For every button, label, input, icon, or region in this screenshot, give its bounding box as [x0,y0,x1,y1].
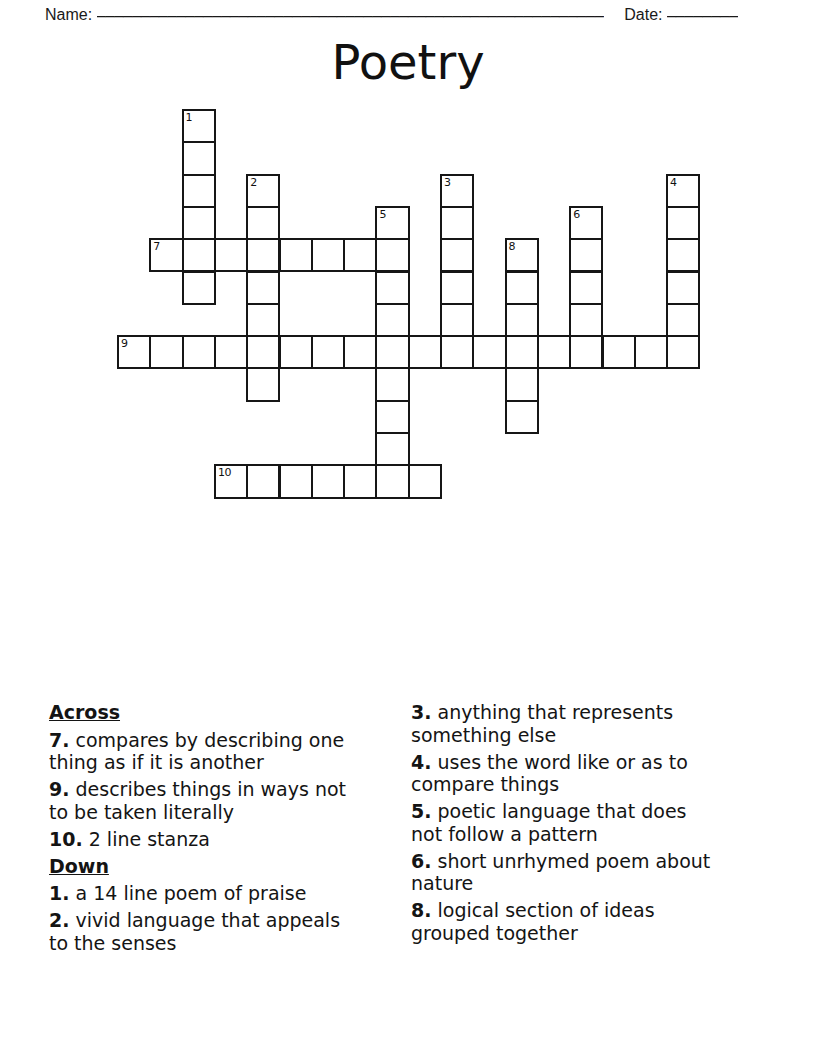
grid-cell[interactable]: 10 [214,464,248,498]
clue-number: 3. [411,701,431,723]
clue: 3. anything that represents something el… [411,701,783,746]
clues-right-column: 3. anything that represents something el… [411,701,783,949]
clue: 10. 2 line stanza [49,828,401,851]
cell-number: 1 [186,111,193,124]
grid-cell[interactable] [311,335,345,369]
cell-number: 10 [218,466,231,479]
clue-text: uses the word like or as to compare thin… [411,751,688,796]
grid-cell[interactable] [505,400,539,434]
grid-cell[interactable] [569,335,603,369]
clue-text: compares by describing one thing as if i… [49,729,344,774]
grid-cell[interactable] [279,335,313,369]
grid-cell[interactable] [666,238,700,272]
clue-text: vivid language that appeals to the sense… [49,909,340,954]
grid-cell[interactable] [182,206,216,240]
grid-cell[interactable]: 7 [149,238,183,272]
grid-cell[interactable] [246,271,280,305]
grid-cell[interactable] [182,141,216,175]
grid-cell[interactable] [246,464,280,498]
clue: 5. poetic language that does not follow … [411,800,783,845]
grid-cell[interactable] [375,335,409,369]
clue-text: short unrhymed poem about nature [411,850,710,895]
clue: 9. describes things in ways not to be ta… [49,778,401,823]
grid-cell[interactable] [440,271,474,305]
clue-number: 10. [49,828,83,850]
grid-cell[interactable] [569,303,603,337]
grid-cell[interactable] [440,335,474,369]
clue-text: a 14 line poem of praise [76,882,307,904]
grid-cell[interactable] [182,335,216,369]
clue: 1. a 14 line poem of praise [49,882,401,905]
grid-cell[interactable] [246,238,280,272]
clue-number: 2. [49,909,69,931]
grid-cell[interactable] [666,271,700,305]
clue: 6. short unrhymed poem about nature [411,850,783,895]
grid-cell[interactable] [375,464,409,498]
grid-cell[interactable] [440,206,474,240]
grid-cell[interactable] [311,464,345,498]
cell-number: 5 [379,208,386,221]
cell-number: 3 [444,176,451,189]
grid-cell[interactable]: 4 [666,174,700,208]
grid-cell[interactable] [214,238,248,272]
grid-cell[interactable] [569,238,603,272]
grid-cell[interactable] [375,271,409,305]
clue-number: 9. [49,778,69,800]
grid-cell[interactable] [375,238,409,272]
cell-number: 9 [121,337,128,350]
grid-cell[interactable] [440,238,474,272]
grid-cell[interactable] [375,303,409,337]
grid-cell[interactable] [666,303,700,337]
grid-cell[interactable] [440,303,474,337]
clue-number: 8. [411,899,431,921]
grid-cell[interactable] [343,464,377,498]
grid-cell[interactable]: 9 [117,335,151,369]
clue-text: poetic language that does not follow a p… [411,800,687,845]
grid-cell[interactable] [343,238,377,272]
grid-cell[interactable] [666,206,700,240]
cell-number: 2 [250,176,257,189]
grid-cell[interactable] [569,271,603,305]
clue-number: 1. [49,882,69,904]
clue-number: 5. [411,800,431,822]
grid-cell[interactable] [602,335,636,369]
grid-cell[interactable] [505,335,539,369]
clue-number: 6. [411,850,431,872]
grid-cell[interactable] [505,303,539,337]
grid-cell[interactable] [408,464,442,498]
crossword-grid: 12345678910 [0,0,816,520]
grid-cell[interactable] [246,206,280,240]
grid-cell[interactable] [375,432,409,466]
grid-cell[interactable]: 6 [569,206,603,240]
clue-text: describes things in ways not to be taken… [49,778,346,823]
grid-cell[interactable] [246,367,280,401]
grid-cell[interactable] [279,238,313,272]
grid-cell[interactable]: 3 [440,174,474,208]
cell-number: 6 [573,208,580,221]
cell-number: 4 [670,176,677,189]
grid-cell[interactable] [214,335,248,369]
grid-cell[interactable] [246,335,280,369]
cell-number: 7 [153,240,160,253]
grid-cell[interactable]: 5 [375,206,409,240]
grid-cell[interactable] [408,335,442,369]
grid-cell[interactable] [279,464,313,498]
clues-left-column: Across7. compares by describing one thin… [49,701,401,959]
grid-cell[interactable] [182,174,216,208]
clue-number: 7. [49,729,69,751]
grid-cell[interactable] [634,335,668,369]
grid-cell[interactable] [505,271,539,305]
clue-text: logical section of ideas grouped togethe… [411,899,655,944]
cell-number: 8 [509,240,516,253]
grid-cell[interactable] [666,335,700,369]
clue-number: 4. [411,751,431,773]
grid-cell[interactable] [149,335,183,369]
grid-cell[interactable] [182,271,216,305]
grid-cell[interactable]: 1 [182,109,216,143]
across-header: Across [49,701,401,724]
grid-cell[interactable] [182,238,216,272]
grid-cell[interactable] [505,367,539,401]
grid-cell[interactable]: 8 [505,238,539,272]
grid-cell[interactable] [246,303,280,337]
grid-cell[interactable] [375,400,409,434]
worksheet-page: { "game": "crossword", "title": "Poetry"… [0,0,816,1056]
grid-cell[interactable] [472,335,506,369]
clue: 2. vivid language that appeals to the se… [49,909,401,954]
clue: 4. uses the word like or as to compare t… [411,751,783,796]
clue: 7. compares by describing one thing as i… [49,729,401,774]
clue-text: anything that represents something else [411,701,673,746]
clue: 8. logical section of ideas grouped toge… [411,899,783,944]
grid-cell[interactable]: 2 [246,174,280,208]
grid-cell[interactable] [537,335,571,369]
grid-cell[interactable] [375,367,409,401]
grid-cell[interactable] [311,238,345,272]
grid-cell[interactable] [343,335,377,369]
clue-text: 2 line stanza [89,828,210,850]
down-header: Down [49,855,401,878]
